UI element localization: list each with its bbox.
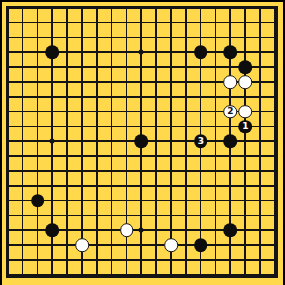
move-number-label: 2: [227, 107, 233, 116]
stone-black: [224, 135, 238, 149]
stone-white: [164, 239, 178, 253]
star-point: [139, 50, 144, 55]
stone-white: [239, 105, 253, 119]
stone-black-move-3: 3: [194, 135, 208, 149]
stone-black: [135, 135, 149, 149]
stone-black: [224, 46, 238, 60]
stones-layer: 213: [0, 0, 285, 285]
move-number-label: 3: [198, 137, 204, 146]
stone-black: [194, 239, 208, 253]
move-number-label: 1: [242, 122, 248, 131]
stone-black-move-1: 1: [239, 120, 253, 134]
stone-black: [46, 46, 60, 60]
stone-white-move-2: 2: [224, 105, 238, 119]
star-point: [139, 228, 144, 233]
stone-white: [120, 224, 134, 238]
star-point: [50, 139, 55, 144]
stone-black: [31, 194, 45, 208]
stone-black: [224, 224, 238, 238]
stone-white: [75, 239, 89, 253]
stone-black: [46, 224, 60, 238]
stone-white: [224, 75, 238, 89]
stone-black: [239, 61, 253, 75]
stone-white: [239, 75, 253, 89]
stone-black: [194, 46, 208, 60]
